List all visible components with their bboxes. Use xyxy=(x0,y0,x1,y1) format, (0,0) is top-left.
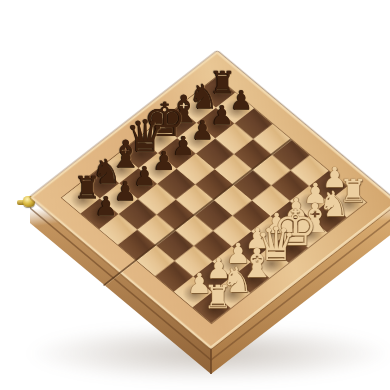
piece-white-rook-a1: ♜ xyxy=(204,281,233,313)
board-frame: ♜♞♝♛♚♝♞♜♟♟♟♟♟♟♟♟♟♟♟♟♟♟♟♟♜♞♝♛♚♝♞♜ xyxy=(30,51,390,349)
piece-black-pawn-a7: ♟ xyxy=(94,193,117,219)
square-e5 xyxy=(195,169,233,200)
chessboard: ♜♞♝♛♚♝♞♜♟♟♟♟♟♟♟♟♟♟♟♟♟♟♟♟♜♞♝♛♚♝♞♜ xyxy=(30,51,390,349)
chess-set-photo: ♜♞♝♛♚♝♞♜♟♟♟♟♟♟♟♟♟♟♟♟♟♟♟♟♜♞♝♛♚♝♞♜ xyxy=(0,0,390,390)
